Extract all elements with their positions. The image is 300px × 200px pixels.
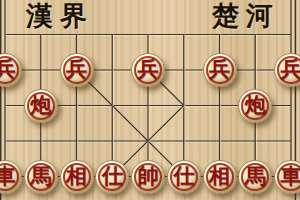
river-label-chu-river: 楚 河 <box>212 1 273 31</box>
piece-red-cannon[interactable]: 炮 <box>24 89 58 123</box>
xiangqi-board[interactable]: 漢界 漢 界 楚 河 兵兵兵兵兵炮炮車馬相仕帥仕相馬車 <box>0 0 300 200</box>
piece-glyph: 兵 <box>0 53 21 85</box>
piece-red-horse[interactable]: 馬 <box>238 160 272 194</box>
piece-glyph: 相 <box>204 160 236 192</box>
piece-glyph: 帥 <box>132 160 164 192</box>
piece-red-elephant[interactable]: 相 <box>203 160 237 194</box>
piece-red-elephant[interactable]: 相 <box>60 160 94 194</box>
piece-glyph: 馬 <box>25 160 57 192</box>
river-char-han: 漢 <box>26 1 53 31</box>
piece-red-soldier[interactable]: 兵 <box>203 53 237 87</box>
piece-glyph: 相 <box>61 160 93 192</box>
piece-red-soldier[interactable]: 兵 <box>131 53 165 87</box>
piece-glyph: 炮 <box>239 89 271 121</box>
river-label-han-boundary: 漢界 漢 界 <box>26 1 87 31</box>
river-char-chu: 楚 <box>212 1 239 31</box>
river-char-jie: 界 <box>60 1 87 31</box>
piece-red-chariot[interactable]: 車 <box>0 160 22 194</box>
piece-glyph: 仕 <box>168 160 200 192</box>
piece-glyph: 兵 <box>61 53 93 85</box>
piece-red-soldier[interactable]: 兵 <box>274 53 300 87</box>
piece-glyph: 車 <box>275 160 300 192</box>
piece-glyph: 仕 <box>96 160 128 192</box>
piece-glyph: 車 <box>0 160 21 192</box>
piece-glyph: 兵 <box>204 53 236 85</box>
piece-red-general[interactable]: 帥 <box>131 160 165 194</box>
piece-red-chariot[interactable]: 車 <box>274 160 300 194</box>
piece-red-advisor[interactable]: 仕 <box>95 160 129 194</box>
river-char-he: 河 <box>246 1 273 31</box>
piece-red-cannon[interactable]: 炮 <box>238 89 272 123</box>
piece-glyph: 兵 <box>132 53 164 85</box>
piece-red-advisor[interactable]: 仕 <box>167 160 201 194</box>
piece-red-horse[interactable]: 馬 <box>24 160 58 194</box>
piece-glyph: 炮 <box>25 89 57 121</box>
piece-glyph: 兵 <box>275 53 300 85</box>
piece-red-soldier[interactable]: 兵 <box>60 53 94 87</box>
piece-glyph: 馬 <box>239 160 271 192</box>
piece-red-soldier[interactable]: 兵 <box>0 53 22 87</box>
